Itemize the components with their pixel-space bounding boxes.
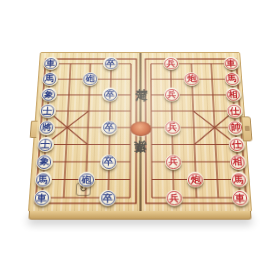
piece-blue-c1r7[interactable]: 象 — [36, 154, 53, 169]
piece-red-c7r1[interactable]: 兵 — [163, 57, 179, 70]
piece-red-c10r9[interactable]: 車 — [231, 190, 249, 206]
piece-blue-c3r8[interactable]: 砲 — [78, 172, 95, 188]
piece-red-c7r7[interactable]: 兵 — [165, 154, 182, 169]
board-front-edge — [28, 211, 251, 220]
piece-blue-c1r1[interactable]: 車 — [43, 57, 59, 70]
piece-blue-c4r3[interactable]: 卒 — [102, 88, 118, 102]
piece-blue-c1r2[interactable]: 馬 — [42, 72, 58, 86]
piece-blue-c1r5[interactable]: 將 — [38, 120, 55, 135]
piece-blue-c1r9[interactable]: 車 — [33, 190, 51, 206]
piece-blue-c1r3[interactable]: 象 — [40, 88, 57, 102]
board-surface: 楚河 漢界 ↻ 車馬象士將士象馬車砲砲卒卒卒卒卒兵兵兵兵兵炮炮車馬相仕帥仕相馬車 — [28, 52, 252, 212]
product-photo: 楚河 漢界 ↻ 車馬象士將士象馬車砲砲卒卒卒卒卒兵兵兵兵兵炮炮車馬相仕帥仕相馬車 — [0, 0, 280, 280]
piece-blue-c4r5[interactable]: 卒 — [101, 120, 117, 135]
piece-blue-c1r4[interactable]: 士 — [39, 104, 56, 118]
piece-red-c7r5[interactable]: 兵 — [164, 120, 180, 135]
piece-blue-c1r6[interactable]: 士 — [37, 137, 54, 152]
piece-red-c10r3[interactable]: 相 — [225, 88, 242, 102]
piece-blue-c4r1[interactable]: 卒 — [103, 57, 119, 70]
piece-red-c10r8[interactable]: 馬 — [230, 172, 248, 188]
piece-blue-c4r7[interactable]: 卒 — [100, 154, 117, 169]
piece-red-c10r7[interactable]: 相 — [229, 154, 246, 169]
right-latch — [241, 116, 252, 141]
left-hinge-tab — [30, 121, 38, 138]
piece-blue-c3r2[interactable]: 砲 — [82, 72, 98, 86]
piece-red-c10r2[interactable]: 馬 — [224, 72, 240, 86]
piece-red-c7r9[interactable]: 兵 — [166, 190, 183, 206]
piece-grid: 車馬象士將士象馬車砲砲卒卒卒卒卒兵兵兵兵兵炮炮車馬相仕帥仕相馬車 — [30, 56, 252, 208]
piece-red-c10r1[interactable]: 車 — [223, 57, 239, 70]
xiangqi-board: 楚河 漢界 ↻ 車馬象士將士象馬車砲砲卒卒卒卒卒兵兵兵兵兵炮炮車馬相仕帥仕相馬車 — [27, 52, 252, 219]
piece-red-c8r2[interactable]: 炮 — [184, 72, 200, 86]
piece-blue-c1r8[interactable]: 馬 — [34, 172, 52, 188]
piece-blue-c4r9[interactable]: 卒 — [99, 190, 116, 206]
piece-red-c7r3[interactable]: 兵 — [164, 88, 180, 102]
piece-red-c8r8[interactable]: 炮 — [187, 172, 204, 188]
